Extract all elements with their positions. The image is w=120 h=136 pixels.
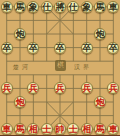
intersection-5-9[interactable]: 士	[67, 122, 80, 136]
intersection-7-6[interactable]	[93, 82, 106, 96]
black-cannon[interactable]: 炮	[14, 28, 26, 40]
intersection-0-4[interactable]	[0, 54, 13, 68]
intersection-0-7[interactable]	[0, 95, 13, 109]
intersection-8-3[interactable]: 卒	[107, 41, 120, 55]
intersection-0-1[interactable]	[0, 14, 13, 28]
intersection-5-3[interactable]	[67, 41, 80, 55]
red-advisor[interactable]: 士	[67, 123, 79, 135]
red-soldier[interactable]: 兵	[27, 82, 39, 94]
intersection-4-6[interactable]: 兵	[53, 82, 66, 96]
intersection-4-3[interactable]: 卒	[53, 41, 66, 55]
intersection-6-0[interactable]: 象	[80, 0, 93, 14]
intersection-4-9[interactable]: 帥	[53, 122, 66, 136]
red-soldier[interactable]: 兵	[107, 82, 119, 94]
red-cannon[interactable]: 炮	[14, 96, 26, 108]
intersection-3-4[interactable]	[40, 54, 53, 68]
intersection-3-2[interactable]	[40, 27, 53, 41]
black-chariot[interactable]: 車	[107, 1, 119, 13]
intersection-3-5[interactable]	[40, 68, 53, 82]
intersection-0-6[interactable]: 兵	[0, 82, 13, 96]
intersection-4-7[interactable]	[53, 95, 66, 109]
intersection-8-5[interactable]	[107, 68, 120, 82]
intersection-1-2[interactable]: 炮	[13, 27, 26, 41]
intersection-1-6[interactable]	[13, 82, 26, 96]
intersection-8-9[interactable]: 車	[107, 122, 120, 136]
black-elephant[interactable]: 象	[81, 1, 93, 13]
intersection-1-7[interactable]: 炮	[13, 95, 26, 109]
intersection-8-0[interactable]: 車	[107, 0, 120, 14]
intersection-2-3[interactable]: 卒	[27, 41, 40, 55]
black-soldier[interactable]: 卒	[27, 42, 39, 54]
intersection-0-8[interactable]	[0, 109, 13, 123]
intersection-5-1[interactable]	[67, 14, 80, 28]
black-horse[interactable]: 馬	[94, 1, 106, 13]
intersection-7-2[interactable]: 炮	[93, 27, 106, 41]
intersection-2-8[interactable]	[27, 109, 40, 123]
intersection-3-1[interactable]	[40, 14, 53, 28]
intersection-5-2[interactable]	[67, 27, 80, 41]
red-soldier[interactable]: 兵	[81, 82, 93, 94]
black-elephant[interactable]: 象	[27, 1, 39, 13]
intersection-4-0[interactable]: 將	[53, 0, 66, 14]
intersection-2-2[interactable]	[27, 27, 40, 41]
intersection-3-8[interactable]	[40, 109, 53, 123]
red-advisor[interactable]: 士	[41, 123, 53, 135]
river-center-seal: 棋	[55, 60, 66, 71]
intersection-3-7[interactable]	[40, 95, 53, 109]
red-cannon[interactable]: 炮	[94, 96, 106, 108]
intersection-3-3[interactable]	[40, 41, 53, 55]
intersection-0-3[interactable]: 卒	[0, 41, 13, 55]
intersection-4-1[interactable]	[53, 14, 66, 28]
black-advisor[interactable]: 仕	[41, 1, 53, 13]
intersection-1-3[interactable]	[13, 41, 26, 55]
intersection-2-6[interactable]: 兵	[27, 82, 40, 96]
red-soldier[interactable]: 兵	[54, 82, 66, 94]
red-soldier[interactable]: 兵	[1, 82, 13, 94]
intersection-5-8[interactable]	[67, 109, 80, 123]
intersection-6-8[interactable]	[80, 109, 93, 123]
black-soldier[interactable]: 卒	[107, 42, 119, 54]
intersection-2-0[interactable]: 象	[27, 0, 40, 14]
red-elephant[interactable]: 相	[27, 123, 39, 135]
intersection-4-8[interactable]	[53, 109, 66, 123]
intersection-8-4[interactable]	[107, 54, 120, 68]
intersection-6-6[interactable]: 兵	[80, 82, 93, 96]
intersection-7-9[interactable]: 馬	[93, 122, 106, 136]
red-horse[interactable]: 馬	[94, 123, 106, 135]
intersection-0-0[interactable]: 車	[0, 0, 13, 14]
intersection-8-1[interactable]	[107, 14, 120, 28]
black-soldier[interactable]: 卒	[54, 42, 66, 54]
river-inscription-left: 楚河	[13, 62, 31, 72]
intersection-8-2[interactable]	[107, 27, 120, 41]
intersection-8-6[interactable]: 兵	[107, 82, 120, 96]
intersection-2-7[interactable]	[27, 95, 40, 109]
black-soldier[interactable]: 卒	[1, 42, 13, 54]
intersection-1-1[interactable]	[13, 14, 26, 28]
intersection-6-3[interactable]: 卒	[80, 41, 93, 55]
red-elephant[interactable]: 相	[81, 123, 93, 135]
intersection-2-9[interactable]: 相	[27, 122, 40, 136]
red-general[interactable]: 帥	[54, 123, 66, 135]
intersection-6-9[interactable]: 相	[80, 122, 93, 136]
intersection-8-7[interactable]	[107, 95, 120, 109]
intersection-4-2[interactable]	[53, 27, 66, 41]
intersection-0-2[interactable]	[0, 27, 13, 41]
intersection-0-5[interactable]	[0, 68, 13, 82]
black-advisor[interactable]: 仕	[67, 1, 79, 13]
black-soldier[interactable]: 卒	[81, 42, 93, 54]
intersection-3-9[interactable]: 士	[40, 122, 53, 136]
red-chariot[interactable]: 車	[107, 123, 119, 135]
intersection-5-6[interactable]	[67, 82, 80, 96]
intersection-1-8[interactable]	[13, 109, 26, 123]
intersection-6-7[interactable]	[80, 95, 93, 109]
intersection-3-0[interactable]: 仕	[40, 0, 53, 14]
intersection-2-1[interactable]	[27, 14, 40, 28]
intersection-7-4[interactable]	[93, 54, 106, 68]
xiangqi-board: 車馬象仕將仕象馬車炮炮卒卒卒卒卒兵兵兵兵兵炮炮車馬相士帥士相馬車 楚河 汉界 棋	[0, 0, 120, 136]
intersection-7-1[interactable]	[93, 14, 106, 28]
intersection-5-0[interactable]: 仕	[67, 0, 80, 14]
intersection-6-2[interactable]	[80, 27, 93, 41]
intersection-7-5[interactable]	[93, 68, 106, 82]
intersection-3-6[interactable]	[40, 82, 53, 96]
black-horse[interactable]: 馬	[14, 1, 26, 13]
intersection-8-8[interactable]	[107, 109, 120, 123]
intersection-5-7[interactable]	[67, 95, 80, 109]
black-general[interactable]: 將	[54, 1, 66, 13]
intersection-7-0[interactable]: 馬	[93, 0, 106, 14]
red-horse[interactable]: 馬	[14, 123, 26, 135]
black-cannon[interactable]: 炮	[94, 28, 106, 40]
intersection-7-8[interactable]	[93, 109, 106, 123]
intersection-1-0[interactable]: 馬	[13, 0, 26, 14]
intersection-7-3[interactable]	[93, 41, 106, 55]
black-chariot[interactable]: 車	[1, 1, 13, 13]
intersection-1-9[interactable]: 馬	[13, 122, 26, 136]
river-inscription-right: 汉界	[74, 62, 92, 72]
red-chariot[interactable]: 車	[1, 123, 13, 135]
intersection-6-1[interactable]	[80, 14, 93, 28]
intersection-0-9[interactable]: 車	[0, 122, 13, 136]
intersection-7-7[interactable]: 炮	[93, 95, 106, 109]
